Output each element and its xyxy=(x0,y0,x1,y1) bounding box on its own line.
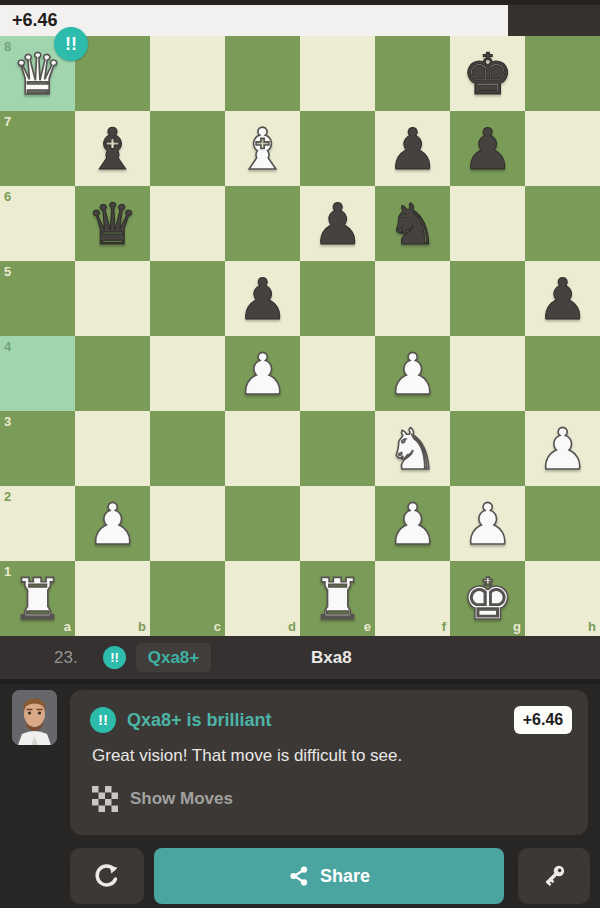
square-d8[interactable] xyxy=(225,36,300,111)
coach-avatar xyxy=(12,690,57,745)
square-h8[interactable] xyxy=(525,36,600,111)
square-g3[interactable] xyxy=(450,411,525,486)
square-d7[interactable]: ♝ xyxy=(225,111,300,186)
square-b2[interactable]: ♟ xyxy=(75,486,150,561)
white-bishop-d7[interactable]: ♝ xyxy=(225,111,300,186)
key-icon xyxy=(539,861,569,891)
square-g5[interactable] xyxy=(450,261,525,336)
share-button-label: Share xyxy=(320,866,370,887)
square-f4[interactable]: ♟ xyxy=(375,336,450,411)
refresh-icon xyxy=(92,861,122,891)
brilliant-move-icon-small: !! xyxy=(103,646,126,669)
file-label-c: c xyxy=(214,619,221,634)
file-label-d: d xyxy=(288,619,296,634)
square-g2[interactable]: ♟ xyxy=(450,486,525,561)
retry-button[interactable] xyxy=(70,848,144,904)
coach-comment-card: !! Qxa8+ is brilliant +6.46 Great vision… xyxy=(70,690,588,835)
black-queen-b6[interactable]: ♛ xyxy=(75,186,150,261)
square-h6[interactable] xyxy=(525,186,600,261)
key-button[interactable] xyxy=(518,848,590,904)
rank-label-3: 3 xyxy=(4,414,11,429)
black-pawn-h5[interactable]: ♟ xyxy=(525,261,600,336)
comment-body: Great vision! That move is difficult to … xyxy=(92,746,402,766)
square-d6[interactable] xyxy=(225,186,300,261)
square-h3[interactable]: ♟ xyxy=(525,411,600,486)
square-h7[interactable] xyxy=(525,111,600,186)
square-a6[interactable]: 6 xyxy=(0,186,75,261)
square-c2[interactable] xyxy=(150,486,225,561)
move-number: 23. xyxy=(54,636,78,679)
square-e3[interactable] xyxy=(300,411,375,486)
white-pawn-f2[interactable]: ♟ xyxy=(375,486,450,561)
square-b6[interactable]: ♛ xyxy=(75,186,150,261)
square-c5[interactable] xyxy=(150,261,225,336)
square-g8[interactable]: ♚ xyxy=(450,36,525,111)
square-e4[interactable] xyxy=(300,336,375,411)
black-move-button[interactable]: Bxa8 xyxy=(311,636,352,679)
square-f3[interactable]: ♞ xyxy=(375,411,450,486)
black-pawn-g7[interactable]: ♟ xyxy=(450,111,525,186)
square-c4[interactable] xyxy=(150,336,225,411)
square-a4[interactable]: 4 xyxy=(0,336,75,411)
black-pawn-f7[interactable]: ♟ xyxy=(375,111,450,186)
square-a2[interactable]: 2 xyxy=(0,486,75,561)
chess-board[interactable]: 8♛♚7♝♝♟♟6♛♟♞5♟♟4♟♟3♞♟2♟♟♟1a♜bcde♜fg♚h xyxy=(0,36,600,636)
black-pawn-d5[interactable]: ♟ xyxy=(225,261,300,336)
white-knight-f3[interactable]: ♞ xyxy=(375,411,450,486)
white-move-button[interactable]: Qxa8+ xyxy=(136,643,211,672)
square-e8[interactable] xyxy=(300,36,375,111)
white-pawn-f4[interactable]: ♟ xyxy=(375,336,450,411)
square-h4[interactable] xyxy=(525,336,600,411)
comment-headline: Qxa8+ is brilliant xyxy=(127,710,272,731)
white-king-g1[interactable]: ♚ xyxy=(450,561,525,636)
square-f7[interactable]: ♟ xyxy=(375,111,450,186)
white-rook-e1[interactable]: ♜ xyxy=(300,561,375,636)
file-label-b: b xyxy=(138,619,146,634)
rank-label-4: 4 xyxy=(4,339,11,354)
separator xyxy=(0,679,600,684)
square-f8[interactable] xyxy=(375,36,450,111)
square-b7[interactable]: ♝ xyxy=(75,111,150,186)
white-pawn-b2[interactable]: ♟ xyxy=(75,486,150,561)
black-pawn-e6[interactable]: ♟ xyxy=(300,186,375,261)
evaluation-score: +6.46 xyxy=(12,5,58,36)
rank-label-5: 5 xyxy=(4,264,11,279)
square-e6[interactable]: ♟ xyxy=(300,186,375,261)
square-c1[interactable]: c xyxy=(150,561,225,636)
square-c7[interactable] xyxy=(150,111,225,186)
square-h2[interactable] xyxy=(525,486,600,561)
black-king-g8[interactable]: ♚ xyxy=(450,36,525,111)
square-d1[interactable]: d xyxy=(225,561,300,636)
square-c6[interactable] xyxy=(150,186,225,261)
square-e5[interactable] xyxy=(300,261,375,336)
square-d2[interactable] xyxy=(225,486,300,561)
show-moves-label: Show Moves xyxy=(130,789,233,809)
square-c8[interactable] xyxy=(150,36,225,111)
square-b3[interactable] xyxy=(75,411,150,486)
square-f2[interactable]: ♟ xyxy=(375,486,450,561)
square-a7[interactable]: 7 xyxy=(0,111,75,186)
rank-label-7: 7 xyxy=(4,114,11,129)
brilliant-badge-icon: !! xyxy=(90,707,116,733)
white-rook-a1[interactable]: ♜ xyxy=(0,561,75,636)
square-g1[interactable]: g♚ xyxy=(450,561,525,636)
square-d5[interactable]: ♟ xyxy=(225,261,300,336)
square-f1[interactable]: f xyxy=(375,561,450,636)
white-pawn-d4[interactable]: ♟ xyxy=(225,336,300,411)
square-d3[interactable] xyxy=(225,411,300,486)
rank-label-2: 2 xyxy=(4,489,11,504)
share-icon xyxy=(288,865,310,887)
square-b1[interactable]: b xyxy=(75,561,150,636)
square-f6[interactable]: ♞ xyxy=(375,186,450,261)
square-g7[interactable]: ♟ xyxy=(450,111,525,186)
square-c3[interactable] xyxy=(150,411,225,486)
show-moves-button[interactable]: Show Moves xyxy=(92,785,233,813)
square-a3[interactable]: 3 xyxy=(0,411,75,486)
evaluation-bar: +6.46 xyxy=(0,5,600,36)
square-d4[interactable]: ♟ xyxy=(225,336,300,411)
file-label-f: f xyxy=(442,619,446,634)
square-f5[interactable] xyxy=(375,261,450,336)
evaluation-chip: +6.46 xyxy=(514,706,572,734)
coach-avatar-image xyxy=(12,690,57,745)
file-label-h: h xyxy=(588,619,596,634)
white-pawn-h3[interactable]: ♟ xyxy=(525,411,600,486)
black-knight-f6[interactable]: ♞ xyxy=(375,186,450,261)
white-pawn-g2[interactable]: ♟ xyxy=(450,486,525,561)
square-e1[interactable]: e♜ xyxy=(300,561,375,636)
square-h1[interactable]: h xyxy=(525,561,600,636)
black-bishop-b7[interactable]: ♝ xyxy=(75,111,150,186)
square-g6[interactable] xyxy=(450,186,525,261)
square-e7[interactable] xyxy=(300,111,375,186)
rank-label-6: 6 xyxy=(4,189,11,204)
square-a5[interactable]: 5 xyxy=(0,261,75,336)
square-g4[interactable] xyxy=(450,336,525,411)
move-list-bar: 23. !! Qxa8+ Bxa8 xyxy=(0,636,600,679)
square-b4[interactable] xyxy=(75,336,150,411)
square-e2[interactable] xyxy=(300,486,375,561)
square-h5[interactable]: ♟ xyxy=(525,261,600,336)
square-b5[interactable] xyxy=(75,261,150,336)
brilliant-move-icon: !! xyxy=(54,27,88,61)
mini-board-icon xyxy=(92,786,118,812)
share-button[interactable]: Share xyxy=(154,848,504,904)
square-a1[interactable]: 1a♜ xyxy=(0,561,75,636)
